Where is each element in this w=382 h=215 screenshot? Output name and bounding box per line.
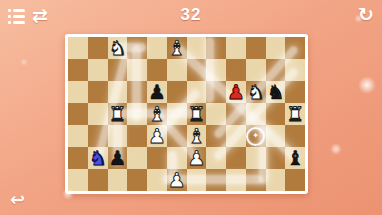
board-square[interactable] [88, 59, 108, 81]
piece-blue-knight[interactable]: ♞ [89, 148, 107, 168]
board-square[interactable] [246, 37, 266, 59]
board-square[interactable]: ♞ [88, 147, 108, 169]
sparkle [20, 58, 28, 66]
piece-white-pawn[interactable]: ♟ [148, 126, 166, 146]
board-square[interactable]: ♝ [167, 37, 187, 59]
board-inner: ♞♝♟♟♞♞♜♝♜♜♟♝✦♞♟♟♝♟ [68, 37, 305, 191]
piece-white-knight[interactable]: ♞ [108, 38, 126, 58]
board-square[interactable] [68, 81, 88, 103]
piece-white-rook[interactable]: ♜ [108, 104, 126, 124]
board-square[interactable]: ♝ [147, 103, 167, 125]
shuffle-icon[interactable]: ⇄ [32, 4, 48, 27]
piece-black-knight[interactable]: ♞ [266, 82, 284, 102]
menu-icon-row [8, 21, 28, 24]
piece-red-pawn[interactable]: ♟ [227, 82, 245, 102]
board-square[interactable]: ♟ [226, 81, 246, 103]
board-square[interactable] [127, 125, 147, 147]
board-square[interactable]: ♟ [108, 147, 128, 169]
board-square[interactable]: ♟ [167, 169, 187, 191]
piece-white-rook[interactable]: ♜ [286, 104, 304, 124]
board-square[interactable] [285, 169, 305, 191]
piece-white-bishop[interactable]: ♝ [187, 126, 205, 146]
board-square[interactable]: ♞ [266, 81, 286, 103]
board-square[interactable]: ♝ [285, 147, 305, 169]
board-square[interactable]: ♝ [187, 125, 207, 147]
piece-white-knight[interactable]: ♞ [247, 82, 265, 102]
board-square[interactable] [285, 81, 305, 103]
board-square[interactable] [147, 37, 167, 59]
board-square[interactable] [226, 147, 246, 169]
board-square[interactable] [226, 37, 246, 59]
board-square[interactable]: ♜ [108, 103, 128, 125]
menu-icon-row [8, 9, 28, 12]
board-square[interactable] [88, 169, 108, 191]
board-square[interactable] [266, 169, 286, 191]
piece-white-pawn[interactable]: ♟ [168, 170, 186, 190]
board-square[interactable] [127, 147, 147, 169]
board-square[interactable] [266, 103, 286, 125]
board-square[interactable] [68, 37, 88, 59]
board-square[interactable]: ♜ [285, 103, 305, 125]
piece-white-rook[interactable]: ♜ [187, 104, 205, 124]
board-square[interactable] [68, 169, 88, 191]
menu-icon[interactable] [8, 9, 28, 24]
board-square[interactable] [147, 59, 167, 81]
board-square[interactable]: ♟ [147, 81, 167, 103]
board-square[interactable] [226, 59, 246, 81]
board-square[interactable]: ♟ [147, 125, 167, 147]
board-square[interactable] [68, 103, 88, 125]
board-square[interactable]: ♟ [187, 147, 207, 169]
target-star-icon: ✦ [252, 132, 259, 140]
move-counter: 32 [181, 5, 202, 25]
game-screen: ⇄ 32 ↻ ↩ ♞♝♟♟♞♞♜♝♜♜♟♝✦♞♟♟♝♟ [0, 0, 382, 215]
board-square[interactable] [68, 147, 88, 169]
board-square[interactable] [127, 169, 147, 191]
sparkle [354, 14, 363, 23]
undo-icon[interactable]: ↩ [10, 189, 25, 211]
piece-black-pawn[interactable]: ♟ [108, 148, 126, 168]
board-square[interactable] [285, 125, 305, 147]
board-square[interactable] [167, 59, 187, 81]
board-square[interactable]: ♞ [246, 81, 266, 103]
sparkle [62, 188, 74, 200]
board-square[interactable] [147, 147, 167, 169]
piece-black-bishop[interactable]: ♝ [286, 148, 304, 168]
board-square[interactable] [88, 37, 108, 59]
board-square[interactable]: ♜ [187, 103, 207, 125]
piece-white-pawn[interactable]: ♟ [187, 148, 205, 168]
target-marker: ✦ [246, 127, 265, 146]
board-square[interactable] [88, 81, 108, 103]
piece-black-pawn[interactable]: ♟ [148, 82, 166, 102]
menu-icon-row [8, 15, 28, 18]
board-square[interactable] [108, 169, 128, 191]
board-square[interactable] [68, 59, 88, 81]
board-square[interactable] [68, 125, 88, 147]
piece-white-bishop[interactable]: ♝ [168, 38, 186, 58]
board-square[interactable]: ♞ [108, 37, 128, 59]
chess-board: ♞♝♟♟♞♞♜♝♜♜♟♝✦♞♟♟♝♟ [65, 34, 308, 194]
piece-white-bishop[interactable]: ♝ [148, 104, 166, 124]
sparkle [330, 143, 342, 155]
sparkle [358, 76, 376, 94]
